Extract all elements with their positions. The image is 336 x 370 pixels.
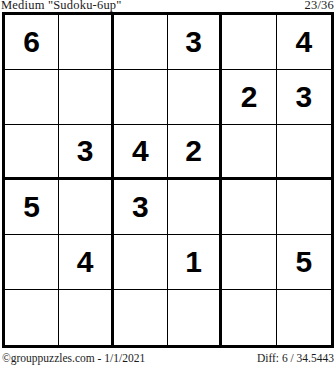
cell-r1c6[interactable]: 4: [277, 15, 331, 70]
cell-r3c4[interactable]: 2: [168, 125, 222, 180]
cell-r6c6[interactable]: [277, 290, 331, 345]
cell-r6c2[interactable]: [59, 290, 113, 345]
cell-r1c2[interactable]: [59, 15, 113, 70]
cell-r5c4[interactable]: 1: [168, 235, 222, 290]
cell-r5c5[interactable]: [222, 235, 276, 290]
cell-r5c6[interactable]: 5: [277, 235, 331, 290]
cell-r2c4[interactable]: [168, 70, 222, 125]
cell-r3c6[interactable]: [277, 125, 331, 180]
cell-r1c4[interactable]: 3: [168, 15, 222, 70]
sudoku-board: 6342334253415: [2, 12, 334, 348]
cell-r6c4[interactable]: [168, 290, 222, 345]
cell-r6c5[interactable]: [222, 290, 276, 345]
cell-r6c1[interactable]: [5, 290, 59, 345]
cell-r2c2[interactable]: [59, 70, 113, 125]
cell-r2c5[interactable]: 2: [222, 70, 276, 125]
footer: ©grouppuzzles.com - 1/1/2021 Diff: 6 / 3…: [2, 352, 334, 364]
cell-r1c5[interactable]: [222, 15, 276, 70]
cell-r1c3[interactable]: [114, 15, 168, 70]
cell-r2c6[interactable]: 3: [277, 70, 331, 125]
cell-r4c2[interactable]: [59, 180, 113, 235]
cell-r2c3[interactable]: [114, 70, 168, 125]
cell-r5c2[interactable]: 4: [59, 235, 113, 290]
cell-r4c1[interactable]: 5: [5, 180, 59, 235]
cell-r3c2[interactable]: 3: [59, 125, 113, 180]
cell-r4c4[interactable]: [168, 180, 222, 235]
cell-r3c5[interactable]: [222, 125, 276, 180]
cell-r4c5[interactable]: [222, 180, 276, 235]
cell-r3c1[interactable]: [5, 125, 59, 180]
cell-r3c3[interactable]: 4: [114, 125, 168, 180]
cell-r5c3[interactable]: [114, 235, 168, 290]
cell-r6c3[interactable]: [114, 290, 168, 345]
cell-r5c1[interactable]: [5, 235, 59, 290]
copyright-text: ©grouppuzzles.com - 1/1/2021: [2, 352, 145, 364]
cell-r4c3[interactable]: 3: [114, 180, 168, 235]
difficulty-text: Diff: 6 / 34.5443: [257, 352, 334, 364]
cell-r2c1[interactable]: [5, 70, 59, 125]
cell-r1c1[interactable]: 6: [5, 15, 59, 70]
cell-r4c6[interactable]: [277, 180, 331, 235]
